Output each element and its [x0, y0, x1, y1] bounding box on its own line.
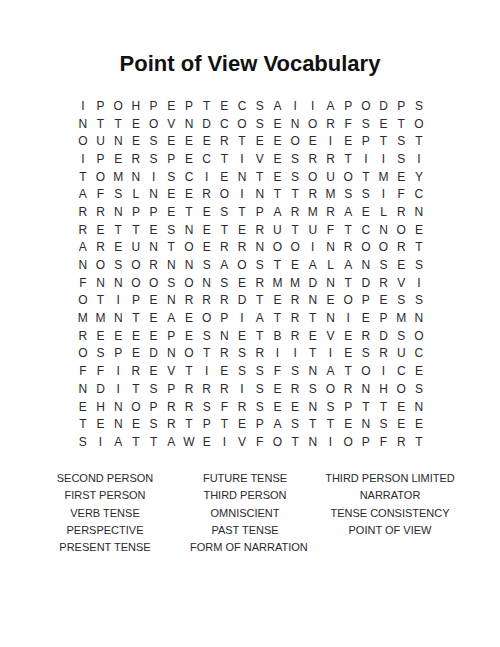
- grid-cell: M: [392, 309, 410, 327]
- grid-cell: N: [410, 398, 428, 416]
- grid-cell: P: [198, 415, 216, 433]
- grid-cell: P: [127, 203, 145, 221]
- grid-cell: E: [233, 415, 251, 433]
- grid-cell: S: [286, 362, 304, 380]
- grid-cell: T: [109, 221, 127, 239]
- grid-cell: F: [74, 362, 92, 380]
- grid-cell: I: [375, 150, 393, 168]
- grid-cell: D: [233, 292, 251, 310]
- grid-cell: O: [357, 97, 375, 115]
- grid-cell: P: [357, 433, 375, 451]
- grid-cell: P: [357, 132, 375, 150]
- word-list-item: THIRD PERSON: [190, 487, 300, 504]
- grid-cell: U: [322, 168, 340, 186]
- grid-cell: N: [304, 292, 322, 310]
- grid-cell: O: [392, 221, 410, 239]
- grid-cell: A: [269, 97, 287, 115]
- grid-cell: F: [269, 362, 287, 380]
- grid-cell: T: [286, 185, 304, 203]
- grid-cell: N: [375, 221, 393, 239]
- grid-cell: O: [92, 168, 110, 186]
- grid-cell: M: [375, 168, 393, 186]
- grid-cell: N: [74, 115, 92, 133]
- grid-cell: V: [392, 274, 410, 292]
- grid-cell: P: [92, 97, 110, 115]
- grid-cell: S: [145, 150, 163, 168]
- grid-cell: R: [216, 132, 234, 150]
- grid-cell: T: [216, 221, 234, 239]
- grid-cell: I: [233, 185, 251, 203]
- grid-cell: R: [180, 398, 198, 416]
- grid-cell: D: [304, 274, 322, 292]
- grid-cell: O: [145, 274, 163, 292]
- grid-cell: E: [127, 415, 145, 433]
- grid-cell: O: [339, 168, 357, 186]
- grid-cell: E: [198, 203, 216, 221]
- grid-cell: R: [304, 185, 322, 203]
- grid-cell: T: [339, 221, 357, 239]
- grid-cell: C: [357, 221, 375, 239]
- grid-cell: I: [198, 168, 216, 186]
- grid-cell: H: [375, 380, 393, 398]
- grid-cell: I: [304, 97, 322, 115]
- grid-cell: S: [145, 415, 163, 433]
- grid-cell: P: [392, 97, 410, 115]
- grid-cell: S: [322, 398, 340, 416]
- grid-cell: S: [357, 345, 375, 363]
- grid-cell: N: [109, 415, 127, 433]
- grid-cell: N: [251, 185, 269, 203]
- grid-cell: R: [286, 203, 304, 221]
- grid-cell: E: [392, 415, 410, 433]
- grid-cell: U: [304, 221, 322, 239]
- grid-cell: L: [127, 185, 145, 203]
- grid-cell: N: [410, 203, 428, 221]
- grid-cell: N: [357, 256, 375, 274]
- grid-cell: U: [127, 239, 145, 257]
- grid-cell: T: [198, 345, 216, 363]
- grid-cell: F: [251, 433, 269, 451]
- grid-cell: P: [145, 97, 163, 115]
- grid-cell: F: [322, 221, 340, 239]
- grid-cell: E: [251, 132, 269, 150]
- grid-cell: O: [304, 168, 322, 186]
- grid-cell: N: [304, 433, 322, 451]
- grid-cell: O: [357, 239, 375, 257]
- grid-cell: R: [162, 415, 180, 433]
- grid-cell: O: [357, 362, 375, 380]
- grid-cell: T: [304, 415, 322, 433]
- grid-cell: A: [109, 433, 127, 451]
- grid-cell: I: [145, 168, 163, 186]
- grid-cell: E: [357, 203, 375, 221]
- grid-cell: W: [180, 433, 198, 451]
- grid-cell: V: [233, 433, 251, 451]
- grid-cell: S: [410, 97, 428, 115]
- word-list-item: FIRST PERSON: [20, 487, 190, 504]
- grid-cell: T: [269, 185, 287, 203]
- grid-cell: S: [198, 327, 216, 345]
- grid-cell: S: [145, 380, 163, 398]
- grid-cell: S: [339, 185, 357, 203]
- grid-cell: A: [304, 256, 322, 274]
- grid-cell: O: [322, 380, 340, 398]
- grid-cell: N: [180, 221, 198, 239]
- grid-cell: N: [109, 274, 127, 292]
- grid-cell: I: [216, 433, 234, 451]
- grid-cell: F: [392, 185, 410, 203]
- grid-cell: E: [269, 380, 287, 398]
- grid-cell: N: [109, 203, 127, 221]
- grid-cell: R: [92, 239, 110, 257]
- grid-cell: S: [162, 168, 180, 186]
- grid-cell: E: [392, 398, 410, 416]
- grid-cell: N: [145, 239, 163, 257]
- grid-cell: O: [392, 380, 410, 398]
- grid-cell: S: [109, 185, 127, 203]
- grid-cell: R: [198, 292, 216, 310]
- grid-cell: H: [127, 97, 145, 115]
- grid-cell: N: [216, 327, 234, 345]
- word-list-item: FORM OF NARRATION: [190, 539, 300, 556]
- grid-cell: E: [145, 309, 163, 327]
- grid-cell: I: [109, 380, 127, 398]
- grid-cell: I: [322, 132, 340, 150]
- grid-cell: E: [145, 221, 163, 239]
- grid-cell: T: [127, 380, 145, 398]
- grid-cell: C: [233, 97, 251, 115]
- grid-cell: E: [74, 398, 92, 416]
- grid-cell: T: [74, 168, 92, 186]
- grid-cell: I: [304, 239, 322, 257]
- grid-cell: R: [322, 115, 340, 133]
- grid-cell: M: [304, 203, 322, 221]
- grid-cell: E: [216, 362, 234, 380]
- grid-cell: S: [304, 380, 322, 398]
- grid-cell: N: [286, 115, 304, 133]
- grid-cell: E: [269, 132, 287, 150]
- grid-cell: N: [180, 115, 198, 133]
- grid-cell: N: [322, 239, 340, 257]
- grid-cell: A: [322, 362, 340, 380]
- grid-cell: T: [109, 115, 127, 133]
- word-list-item: POINT OF VIEW: [300, 522, 480, 539]
- grid-cell: E: [322, 292, 340, 310]
- grid-cell: I: [357, 150, 375, 168]
- grid-cell: H: [92, 398, 110, 416]
- grid-cell: E: [92, 415, 110, 433]
- grid-cell: T: [357, 398, 375, 416]
- grid-cell: T: [304, 309, 322, 327]
- grid-cell: E: [198, 221, 216, 239]
- grid-cell: S: [410, 292, 428, 310]
- grid-cell: E: [180, 132, 198, 150]
- grid-cell: E: [180, 150, 198, 168]
- grid-cell: E: [145, 327, 163, 345]
- grid-cell: T: [127, 309, 145, 327]
- puzzle-title: Point of View Vocabulary: [0, 51, 500, 77]
- grid-cell: T: [286, 433, 304, 451]
- grid-cell: R: [339, 380, 357, 398]
- grid-cell: N: [410, 309, 428, 327]
- grid-cell: N: [74, 256, 92, 274]
- grid-cell: D: [357, 274, 375, 292]
- grid-cell: E: [269, 168, 287, 186]
- grid-cell: O: [410, 115, 428, 133]
- grid-cell: S: [392, 292, 410, 310]
- word-search-grid: IPOHPEPTECSAIIAPODPSNTTEOVNDCOSENORFSETO…: [74, 97, 428, 451]
- grid-cell: S: [109, 256, 127, 274]
- grid-cell: M: [74, 309, 92, 327]
- grid-cell: O: [339, 292, 357, 310]
- word-list-item: VERB TENSE: [20, 505, 190, 522]
- grid-cell: L: [375, 203, 393, 221]
- grid-cell: M: [92, 309, 110, 327]
- grid-cell: O: [269, 433, 287, 451]
- grid-cell: E: [180, 309, 198, 327]
- grid-cell: O: [339, 433, 357, 451]
- grid-cell: S: [251, 115, 269, 133]
- grid-cell: T: [216, 415, 234, 433]
- grid-cell: A: [322, 97, 340, 115]
- word-list-item: NARRATOR: [300, 487, 480, 504]
- grid-cell: Y: [410, 168, 428, 186]
- grid-cell: R: [392, 239, 410, 257]
- grid-cell: E: [162, 132, 180, 150]
- grid-cell: T: [92, 292, 110, 310]
- grid-cell: E: [286, 398, 304, 416]
- grid-cell: S: [251, 398, 269, 416]
- grid-cell: T: [375, 398, 393, 416]
- grid-cell: S: [357, 115, 375, 133]
- grid-cell: C: [216, 115, 234, 133]
- grid-cell: N: [322, 274, 340, 292]
- grid-cell: N: [322, 309, 340, 327]
- grid-cell: T: [410, 239, 428, 257]
- grid-cell: N: [304, 362, 322, 380]
- grid-cell: U: [92, 132, 110, 150]
- grid-cell: C: [198, 150, 216, 168]
- grid-cell: S: [251, 97, 269, 115]
- grid-cell: T: [251, 168, 269, 186]
- grid-cell: R: [251, 221, 269, 239]
- grid-cell: R: [216, 380, 234, 398]
- grid-cell: E: [339, 415, 357, 433]
- grid-cell: E: [216, 97, 234, 115]
- grid-cell: T: [269, 256, 287, 274]
- grid-cell: A: [339, 256, 357, 274]
- word-list: SECOND PERSONFIRST PERSONVERB TENSEPERSP…: [0, 470, 500, 556]
- grid-cell: R: [392, 203, 410, 221]
- grid-cell: P: [145, 203, 163, 221]
- grid-cell: O: [180, 345, 198, 363]
- grid-cell: T: [145, 433, 163, 451]
- grid-cell: O: [74, 132, 92, 150]
- grid-cell: A: [251, 309, 269, 327]
- grid-cell: R: [74, 221, 92, 239]
- grid-cell: N: [357, 415, 375, 433]
- grid-cell: E: [339, 132, 357, 150]
- grid-cell: N: [109, 309, 127, 327]
- grid-cell: S: [198, 256, 216, 274]
- grid-cell: N: [92, 274, 110, 292]
- grid-cell: E: [162, 203, 180, 221]
- grid-cell: M: [286, 274, 304, 292]
- grid-cell: A: [269, 203, 287, 221]
- grid-cell: E: [198, 132, 216, 150]
- grid-cell: N: [198, 274, 216, 292]
- grid-cell: O: [127, 274, 145, 292]
- word-list-item: PERSPECTIVE: [20, 522, 190, 539]
- grid-cell: E: [127, 132, 145, 150]
- grid-cell: O: [286, 132, 304, 150]
- grid-cell: I: [375, 362, 393, 380]
- grid-cell: R: [392, 433, 410, 451]
- grid-cell: E: [375, 115, 393, 133]
- grid-cell: E: [269, 115, 287, 133]
- grid-cell: N: [109, 398, 127, 416]
- grid-cell: P: [162, 327, 180, 345]
- grid-cell: V: [322, 327, 340, 345]
- grid-cell: F: [74, 274, 92, 292]
- grid-cell: U: [269, 221, 287, 239]
- grid-cell: A: [216, 256, 234, 274]
- grid-cell: T: [162, 239, 180, 257]
- grid-cell: N: [145, 185, 163, 203]
- grid-cell: E: [339, 327, 357, 345]
- grid-cell: S: [410, 256, 428, 274]
- grid-cell: P: [92, 150, 110, 168]
- grid-cell: V: [162, 115, 180, 133]
- grid-cell: R: [322, 203, 340, 221]
- grid-cell: R: [74, 203, 92, 221]
- grid-cell: R: [180, 380, 198, 398]
- grid-cell: R: [251, 345, 269, 363]
- grid-cell: N: [162, 345, 180, 363]
- grid-cell: N: [162, 292, 180, 310]
- grid-cell: E: [286, 256, 304, 274]
- grid-cell: T: [74, 415, 92, 433]
- grid-cell: S: [357, 185, 375, 203]
- grid-cell: S: [216, 203, 234, 221]
- grid-cell: O: [410, 327, 428, 345]
- grid-cell: I: [410, 274, 428, 292]
- grid-cell: T: [92, 115, 110, 133]
- grid-cell: T: [127, 433, 145, 451]
- grid-cell: P: [180, 97, 198, 115]
- grid-cell: P: [357, 292, 375, 310]
- grid-cell: T: [357, 168, 375, 186]
- grid-cell: I: [198, 362, 216, 380]
- grid-cell: T: [251, 292, 269, 310]
- grid-cell: E: [180, 185, 198, 203]
- grid-cell: R: [145, 256, 163, 274]
- grid-cell: I: [322, 433, 340, 451]
- grid-cell: U: [392, 345, 410, 363]
- grid-cell: R: [322, 150, 340, 168]
- grid-cell: S: [251, 256, 269, 274]
- grid-cell: T: [304, 345, 322, 363]
- grid-cell: E: [233, 274, 251, 292]
- grid-cell: S: [392, 150, 410, 168]
- grid-cell: B: [269, 327, 287, 345]
- grid-cell: R: [216, 239, 234, 257]
- grid-cell: T: [339, 150, 357, 168]
- grid-cell: P: [339, 398, 357, 416]
- grid-cell: R: [198, 185, 216, 203]
- grid-cell: E: [198, 433, 216, 451]
- grid-cell: N: [162, 256, 180, 274]
- grid-cell: R: [286, 309, 304, 327]
- grid-cell: O: [180, 239, 198, 257]
- grid-cell: A: [162, 433, 180, 451]
- word-list-column: THIRD PERSON LIMITEDNARRATORTENSE CONSIS…: [300, 470, 480, 556]
- grid-cell: P: [375, 309, 393, 327]
- grid-cell: I: [286, 97, 304, 115]
- grid-cell: V: [162, 362, 180, 380]
- grid-cell: E: [127, 327, 145, 345]
- word-list-item: SECOND PERSON: [20, 470, 190, 487]
- grid-cell: S: [198, 398, 216, 416]
- grid-cell: I: [74, 97, 92, 115]
- grid-cell: R: [375, 345, 393, 363]
- grid-cell: C: [392, 362, 410, 380]
- grid-cell: N: [357, 380, 375, 398]
- grid-cell: O: [74, 345, 92, 363]
- grid-cell: A: [74, 239, 92, 257]
- grid-cell: E: [233, 221, 251, 239]
- grid-cell: M: [322, 185, 340, 203]
- grid-cell: I: [339, 309, 357, 327]
- grid-cell: A: [269, 415, 287, 433]
- grid-cell: S: [233, 345, 251, 363]
- grid-cell: O: [304, 115, 322, 133]
- grid-cell: R: [251, 274, 269, 292]
- grid-cell: S: [233, 362, 251, 380]
- grid-cell: E: [339, 345, 357, 363]
- grid-cell: S: [251, 362, 269, 380]
- grid-cell: I: [269, 345, 287, 363]
- grid-cell: T: [375, 132, 393, 150]
- grid-cell: V: [251, 150, 269, 168]
- grid-cell: E: [269, 292, 287, 310]
- grid-cell: E: [233, 327, 251, 345]
- grid-cell: T: [180, 362, 198, 380]
- grid-cell: I: [410, 150, 428, 168]
- grid-cell: E: [198, 239, 216, 257]
- grid-cell: R: [304, 150, 322, 168]
- grid-cell: D: [198, 115, 216, 133]
- grid-cell: O: [198, 309, 216, 327]
- grid-cell: L: [322, 256, 340, 274]
- grid-cell: E: [269, 398, 287, 416]
- grid-cell: R: [198, 380, 216, 398]
- grid-cell: N: [251, 239, 269, 257]
- grid-cell: E: [162, 185, 180, 203]
- grid-cell: T: [392, 115, 410, 133]
- grid-cell: E: [127, 115, 145, 133]
- grid-cell: S: [286, 150, 304, 168]
- grid-cell: S: [145, 132, 163, 150]
- grid-cell: T: [233, 203, 251, 221]
- grid-cell: S: [251, 380, 269, 398]
- grid-cell: I: [92, 433, 110, 451]
- grid-cell: A: [339, 203, 357, 221]
- grid-cell: P: [251, 415, 269, 433]
- grid-cell: P: [127, 292, 145, 310]
- grid-cell: S: [216, 274, 234, 292]
- grid-cell: D: [145, 345, 163, 363]
